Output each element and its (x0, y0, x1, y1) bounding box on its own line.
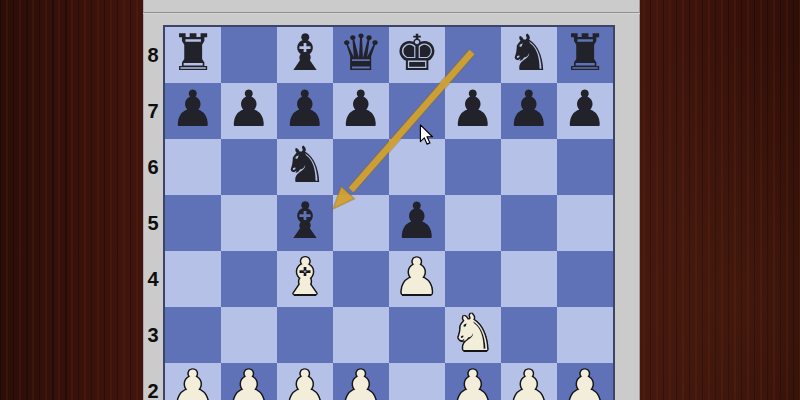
square-d6[interactable] (333, 139, 389, 195)
white-pawn[interactable]: ♟ (563, 361, 608, 400)
square-e8[interactable]: ♚ (389, 27, 445, 83)
square-a8[interactable]: ♜ (165, 27, 221, 83)
square-e5[interactable]: ♟ (389, 195, 445, 251)
black-bishop[interactable]: ♝ (283, 193, 328, 249)
panel-groove-line (143, 12, 640, 14)
square-b4[interactable] (221, 251, 277, 307)
square-a7[interactable]: ♟ (165, 83, 221, 139)
white-pawn[interactable]: ♟ (451, 361, 496, 400)
rank-label-6: 6 (143, 139, 163, 195)
square-a6[interactable] (165, 139, 221, 195)
square-d8[interactable]: ♛ (333, 27, 389, 83)
square-e3[interactable] (389, 307, 445, 363)
black-bishop[interactable]: ♝ (283, 25, 328, 81)
white-pawn[interactable]: ♟ (507, 361, 552, 400)
square-f2[interactable]: ♟ (445, 363, 501, 400)
desktop-wood-background: 87654321 ♜♝♛♚♞♜♟♟♟♟♟♟♟♞♝♟♝♟♞♟♟♟♟♟♟♟♜♞♝♛♚… (0, 0, 800, 400)
black-king[interactable]: ♚ (395, 25, 440, 81)
white-pawn[interactable]: ♟ (283, 361, 328, 400)
black-knight[interactable]: ♞ (283, 137, 328, 193)
square-h2[interactable]: ♟ (557, 363, 613, 400)
square-b2[interactable]: ♟ (221, 363, 277, 400)
white-pawn[interactable]: ♟ (227, 361, 272, 400)
square-h6[interactable] (557, 139, 613, 195)
black-pawn[interactable]: ♟ (283, 81, 328, 137)
square-e6[interactable] (389, 139, 445, 195)
square-a3[interactable] (165, 307, 221, 363)
square-h3[interactable] (557, 307, 613, 363)
rank-label-5: 5 (143, 195, 163, 251)
square-g4[interactable] (501, 251, 557, 307)
chess-gui-panel: 87654321 ♜♝♛♚♞♜♟♟♟♟♟♟♟♞♝♟♝♟♞♟♟♟♟♟♟♟♜♞♝♛♚… (143, 0, 640, 400)
white-knight[interactable]: ♞ (451, 305, 496, 361)
rank-label-4: 4 (143, 251, 163, 307)
square-b6[interactable] (221, 139, 277, 195)
black-pawn[interactable]: ♟ (339, 81, 384, 137)
black-pawn[interactable]: ♟ (507, 81, 552, 137)
square-e4[interactable]: ♟ (389, 251, 445, 307)
black-pawn[interactable]: ♟ (563, 81, 608, 137)
rank-label-7: 7 (143, 83, 163, 139)
black-rook[interactable]: ♜ (563, 25, 608, 81)
mouse-cursor-icon (419, 124, 435, 146)
chess-board: ♜♝♛♚♞♜♟♟♟♟♟♟♟♞♝♟♝♟♞♟♟♟♟♟♟♟♜♞♝♛♚♜ (163, 25, 615, 400)
square-h8[interactable]: ♜ (557, 27, 613, 83)
black-pawn[interactable]: ♟ (451, 81, 496, 137)
rank-label-3: 3 (143, 307, 163, 363)
square-g2[interactable]: ♟ (501, 363, 557, 400)
square-d2[interactable]: ♟ (333, 363, 389, 400)
square-c5[interactable]: ♝ (277, 195, 333, 251)
board-grid: ♜♝♛♚♞♜♟♟♟♟♟♟♟♞♝♟♝♟♞♟♟♟♟♟♟♟♜♞♝♛♚♜ (165, 27, 613, 400)
square-d7[interactable]: ♟ (333, 83, 389, 139)
square-b3[interactable] (221, 307, 277, 363)
black-pawn[interactable]: ♟ (395, 193, 440, 249)
square-h5[interactable] (557, 195, 613, 251)
white-pawn[interactable]: ♟ (395, 249, 440, 305)
square-c6[interactable]: ♞ (277, 139, 333, 195)
white-pawn[interactable]: ♟ (171, 361, 216, 400)
square-g3[interactable] (501, 307, 557, 363)
black-rook[interactable]: ♜ (171, 25, 216, 81)
white-bishop[interactable]: ♝ (283, 249, 328, 305)
square-c7[interactable]: ♟ (277, 83, 333, 139)
square-e2[interactable] (389, 363, 445, 400)
square-g8[interactable]: ♞ (501, 27, 557, 83)
square-b8[interactable] (221, 27, 277, 83)
square-b7[interactable]: ♟ (221, 83, 277, 139)
black-pawn[interactable]: ♟ (171, 81, 216, 137)
square-f3[interactable]: ♞ (445, 307, 501, 363)
square-h7[interactable]: ♟ (557, 83, 613, 139)
rank-label-8: 8 (143, 27, 163, 83)
white-pawn[interactable]: ♟ (339, 361, 384, 400)
square-f8[interactable] (445, 27, 501, 83)
black-knight[interactable]: ♞ (507, 25, 552, 81)
square-f6[interactable] (445, 139, 501, 195)
square-h4[interactable] (557, 251, 613, 307)
black-pawn[interactable]: ♟ (227, 81, 272, 137)
square-d5[interactable] (333, 195, 389, 251)
square-c4[interactable]: ♝ (277, 251, 333, 307)
black-queen[interactable]: ♛ (339, 25, 384, 81)
square-b5[interactable] (221, 195, 277, 251)
rank-labels: 87654321 (143, 27, 163, 400)
square-c8[interactable]: ♝ (277, 27, 333, 83)
square-a5[interactable] (165, 195, 221, 251)
square-f4[interactable] (445, 251, 501, 307)
square-a4[interactable] (165, 251, 221, 307)
rank-label-2: 2 (143, 363, 163, 400)
square-g6[interactable] (501, 139, 557, 195)
square-c2[interactable]: ♟ (277, 363, 333, 400)
square-g7[interactable]: ♟ (501, 83, 557, 139)
square-e7[interactable] (389, 83, 445, 139)
square-c3[interactable] (277, 307, 333, 363)
square-f5[interactable] (445, 195, 501, 251)
square-d4[interactable] (333, 251, 389, 307)
square-f7[interactable]: ♟ (445, 83, 501, 139)
square-g5[interactable] (501, 195, 557, 251)
square-d3[interactable] (333, 307, 389, 363)
square-a2[interactable]: ♟ (165, 363, 221, 400)
